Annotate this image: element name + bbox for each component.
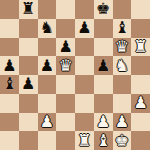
square-e3[interactable]	[75, 94, 94, 113]
square-h4[interactable]	[131, 75, 150, 94]
white-pawn-icon: ♟	[40, 113, 54, 129]
square-d7[interactable]	[56, 19, 75, 38]
square-b7[interactable]	[19, 19, 38, 38]
square-c4[interactable]	[38, 75, 57, 94]
black-pawn-icon: ♟	[96, 57, 110, 73]
square-e2[interactable]	[75, 113, 94, 132]
square-g1[interactable]: ♚	[113, 131, 132, 150]
square-e4[interactable]	[75, 75, 94, 94]
square-b1[interactable]	[19, 131, 38, 150]
square-g3[interactable]	[113, 94, 132, 113]
square-h7[interactable]	[131, 19, 150, 38]
square-b6[interactable]	[19, 38, 38, 57]
square-f7[interactable]	[94, 19, 113, 38]
square-f8[interactable]: ♚	[94, 0, 113, 19]
square-f5[interactable]: ♟	[94, 56, 113, 75]
square-c3[interactable]	[38, 94, 57, 113]
white-rook-icon: ♜	[77, 132, 91, 148]
square-b3[interactable]	[19, 94, 38, 113]
square-a8[interactable]	[0, 0, 19, 19]
square-b8[interactable]: ♜	[19, 0, 38, 19]
chess-board: ♜♚♞♟♝♟♛♜♟♟♛♟♞♝♟♟♟♟♟♜♝♚	[0, 0, 150, 150]
square-h1[interactable]	[131, 131, 150, 150]
square-b5[interactable]	[19, 56, 38, 75]
square-a5[interactable]: ♟	[0, 56, 19, 75]
white-bishop-icon: ♝	[96, 132, 110, 148]
square-e6[interactable]	[75, 38, 94, 57]
white-rook-icon: ♜	[133, 38, 147, 54]
square-d1[interactable]	[56, 131, 75, 150]
square-f2[interactable]: ♟	[94, 113, 113, 132]
square-g6[interactable]: ♛	[113, 38, 132, 57]
white-king-icon: ♚	[115, 132, 129, 148]
square-c2[interactable]: ♟	[38, 113, 57, 132]
square-a7[interactable]	[0, 19, 19, 38]
black-knight-icon: ♞	[40, 20, 54, 36]
square-c7[interactable]: ♞	[38, 19, 57, 38]
square-d2[interactable]	[56, 113, 75, 132]
square-f6[interactable]	[94, 38, 113, 57]
square-b2[interactable]	[19, 113, 38, 132]
white-queen-icon: ♛	[58, 57, 72, 73]
square-h3[interactable]: ♟	[131, 94, 150, 113]
black-bishop-icon: ♝	[115, 20, 129, 36]
black-pawn-icon: ♟	[2, 57, 16, 73]
square-h6[interactable]: ♜	[131, 38, 150, 57]
square-a6[interactable]	[0, 38, 19, 57]
square-g4[interactable]	[113, 75, 132, 94]
square-d8[interactable]	[56, 0, 75, 19]
square-e8[interactable]	[75, 0, 94, 19]
square-c8[interactable]	[38, 0, 57, 19]
white-pawn-icon: ♟	[115, 113, 129, 129]
square-g2[interactable]: ♟	[113, 113, 132, 132]
black-pawn-icon: ♟	[40, 57, 54, 73]
black-pawn-icon: ♟	[77, 20, 91, 36]
black-bishop-icon: ♝	[2, 76, 16, 92]
square-c1[interactable]	[38, 131, 57, 150]
square-g7[interactable]: ♝	[113, 19, 132, 38]
square-a4[interactable]: ♝	[0, 75, 19, 94]
square-d4[interactable]	[56, 75, 75, 94]
black-king-icon: ♚	[96, 1, 110, 17]
square-f4[interactable]	[94, 75, 113, 94]
square-d6[interactable]: ♟	[56, 38, 75, 57]
white-queen-icon: ♛	[115, 38, 129, 54]
square-g8[interactable]	[113, 0, 132, 19]
square-c5[interactable]: ♟	[38, 56, 57, 75]
square-c6[interactable]	[38, 38, 57, 57]
square-e1[interactable]: ♜	[75, 131, 94, 150]
square-h8[interactable]	[131, 0, 150, 19]
square-e5[interactable]	[75, 56, 94, 75]
square-d5[interactable]: ♛	[56, 56, 75, 75]
square-a3[interactable]	[0, 94, 19, 113]
white-pawn-icon: ♟	[96, 113, 110, 129]
black-pawn-icon: ♟	[58, 38, 72, 54]
square-h2[interactable]	[131, 113, 150, 132]
square-g5[interactable]: ♞	[113, 56, 132, 75]
square-a2[interactable]	[0, 113, 19, 132]
square-d3[interactable]	[56, 94, 75, 113]
square-b4[interactable]: ♟	[19, 75, 38, 94]
black-pawn-icon: ♟	[21, 76, 35, 92]
square-e7[interactable]: ♟	[75, 19, 94, 38]
square-f1[interactable]: ♝	[94, 131, 113, 150]
square-f3[interactable]	[94, 94, 113, 113]
square-a1[interactable]	[0, 131, 19, 150]
white-pawn-icon: ♟	[133, 95, 147, 111]
white-knight-icon: ♞	[115, 57, 129, 73]
black-rook-icon: ♜	[21, 1, 35, 17]
square-h5[interactable]	[131, 56, 150, 75]
